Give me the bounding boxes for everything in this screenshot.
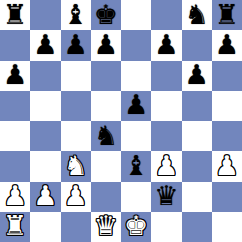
square-h2[interactable] [212,182,242,212]
square-b7[interactable]: ♟ [30,30,60,60]
black-pawn[interactable]: ♟ [94,31,118,58]
square-e7[interactable] [121,30,151,60]
square-e5[interactable]: ♟ [121,91,151,121]
square-g6[interactable]: ♟ [182,61,212,91]
square-e2[interactable] [121,182,151,212]
square-a6[interactable]: ♟ [0,61,30,91]
square-d1[interactable]: ♛ [91,212,121,242]
square-f7[interactable]: ♟ [151,30,181,60]
black-pawn[interactable]: ♟ [215,31,239,58]
black-pawn[interactable]: ♟ [124,91,148,118]
square-g1[interactable] [182,212,212,242]
square-e6[interactable] [121,61,151,91]
white-pawn[interactable]: ♟ [154,152,178,179]
black-pawn[interactable]: ♟ [33,31,57,58]
square-b3[interactable] [30,151,60,181]
square-d8[interactable]: ♚ [91,0,121,30]
white-pawn[interactable]: ♟ [215,152,239,179]
square-g8[interactable]: ♞ [182,0,212,30]
square-f8[interactable] [151,0,181,30]
black-knight[interactable]: ♞ [94,122,118,149]
square-f2[interactable]: ♛ [151,182,181,212]
square-c8[interactable]: ♝ [61,0,91,30]
white-pawn[interactable]: ♟ [3,182,27,209]
white-knight[interactable]: ♞ [64,152,88,179]
black-pawn[interactable]: ♟ [185,61,209,88]
black-king[interactable]: ♚ [94,1,118,28]
white-queen[interactable]: ♛ [94,212,118,239]
square-a2[interactable]: ♟ [0,182,30,212]
square-a4[interactable] [0,121,30,151]
square-d7[interactable]: ♟ [91,30,121,60]
square-c7[interactable]: ♟ [61,30,91,60]
square-f4[interactable] [151,121,181,151]
square-d5[interactable] [91,91,121,121]
square-e4[interactable] [121,121,151,151]
black-pawn[interactable]: ♟ [154,31,178,58]
square-d4[interactable]: ♞ [91,121,121,151]
square-h1[interactable] [212,212,242,242]
square-f6[interactable] [151,61,181,91]
square-b2[interactable]: ♟ [30,182,60,212]
square-h7[interactable]: ♟ [212,30,242,60]
white-pawn[interactable]: ♟ [33,182,57,209]
square-g3[interactable] [182,151,212,181]
black-pawn[interactable]: ♟ [64,31,88,58]
square-b8[interactable] [30,0,60,30]
square-c6[interactable] [61,61,91,91]
square-h4[interactable] [212,121,242,151]
black-rook[interactable]: ♜ [3,1,27,28]
black-bishop[interactable]: ♝ [124,152,148,179]
square-b5[interactable] [30,91,60,121]
square-g2[interactable] [182,182,212,212]
square-g5[interactable] [182,91,212,121]
square-f1[interactable] [151,212,181,242]
square-a5[interactable] [0,91,30,121]
square-b4[interactable] [30,121,60,151]
square-c3[interactable]: ♞ [61,151,91,181]
black-knight[interactable]: ♞ [185,1,209,28]
black-queen[interactable]: ♛ [154,182,178,209]
square-d6[interactable] [91,61,121,91]
square-c2[interactable]: ♟ [61,182,91,212]
square-a3[interactable] [0,151,30,181]
square-h5[interactable] [212,91,242,121]
black-bishop[interactable]: ♝ [64,1,88,28]
square-c1[interactable] [61,212,91,242]
square-f5[interactable] [151,91,181,121]
square-g4[interactable] [182,121,212,151]
square-h8[interactable]: ♜ [212,0,242,30]
square-a7[interactable] [0,30,30,60]
square-f3[interactable]: ♟ [151,151,181,181]
square-a8[interactable]: ♜ [0,0,30,30]
square-b1[interactable] [30,212,60,242]
square-g7[interactable] [182,30,212,60]
square-a1[interactable]: ♜ [0,212,30,242]
square-b6[interactable] [30,61,60,91]
black-rook[interactable]: ♜ [215,1,239,28]
square-h6[interactable] [212,61,242,91]
white-king[interactable]: ♚ [124,212,148,239]
square-h3[interactable]: ♟ [212,151,242,181]
square-e1[interactable]: ♚ [121,212,151,242]
white-rook[interactable]: ♜ [3,212,27,239]
square-d2[interactable] [91,182,121,212]
square-e8[interactable] [121,0,151,30]
chess-board: ♜♝♚♞♜♟♟♟♟♟♟♟♟♞♞♝♟♟♟♟♟♛♜♛♚ [0,0,242,242]
square-e3[interactable]: ♝ [121,151,151,181]
square-c5[interactable] [61,91,91,121]
black-pawn[interactable]: ♟ [3,61,27,88]
square-d3[interactable] [91,151,121,181]
square-c4[interactable] [61,121,91,151]
white-pawn[interactable]: ♟ [64,182,88,209]
